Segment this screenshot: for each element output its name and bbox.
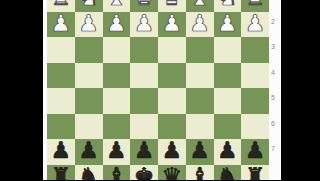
square-h6[interactable] bbox=[47, 114, 75, 140]
square-c6[interactable] bbox=[186, 114, 214, 140]
square-e4[interactable] bbox=[130, 63, 158, 89]
square-b6[interactable] bbox=[214, 114, 242, 140]
square-g4[interactable] bbox=[75, 63, 103, 89]
square-h3[interactable] bbox=[47, 37, 75, 63]
square-c8[interactable]: ♝ bbox=[186, 165, 214, 181]
square-d8[interactable]: ♛ bbox=[158, 165, 186, 181]
piece-white-queen[interactable]: ♛ bbox=[162, 0, 183, 9]
piece-black-rook[interactable]: ♜ bbox=[51, 165, 72, 180]
piece-white-rook[interactable]: ♜ bbox=[245, 0, 266, 9]
piece-white-bishop[interactable]: ♝ bbox=[106, 0, 127, 9]
square-g8[interactable]: ♞ bbox=[75, 165, 103, 181]
square-d2[interactable]: ♟ bbox=[158, 12, 186, 38]
square-f2[interactable]: ♟ bbox=[103, 12, 131, 38]
square-c5[interactable] bbox=[186, 88, 214, 114]
square-g2[interactable]: ♟ bbox=[75, 12, 103, 38]
square-a8[interactable]: ♜ bbox=[241, 165, 269, 181]
square-b3[interactable] bbox=[214, 37, 242, 63]
square-e3[interactable] bbox=[130, 37, 158, 63]
square-h2[interactable]: ♟ bbox=[47, 12, 75, 38]
square-b8[interactable]: ♞ bbox=[214, 165, 242, 181]
piece-black-knight[interactable]: ♞ bbox=[217, 165, 238, 180]
square-a3[interactable] bbox=[241, 37, 269, 63]
piece-white-king[interactable]: ♚ bbox=[134, 0, 155, 9]
square-f6[interactable] bbox=[103, 114, 131, 140]
piece-black-bishop[interactable]: ♝ bbox=[106, 165, 127, 180]
piece-white-pawn[interactable]: ♟ bbox=[162, 12, 183, 35]
piece-black-pawn[interactable]: ♟ bbox=[217, 139, 238, 162]
square-g5[interactable] bbox=[75, 88, 103, 114]
piece-black-queen[interactable]: ♛ bbox=[162, 165, 183, 180]
square-f8[interactable]: ♝ bbox=[103, 165, 131, 181]
square-e6[interactable] bbox=[130, 114, 158, 140]
square-d5[interactable] bbox=[158, 88, 186, 114]
piece-white-pawn[interactable]: ♟ bbox=[217, 12, 238, 35]
piece-black-knight[interactable]: ♞ bbox=[78, 165, 99, 180]
square-g6[interactable] bbox=[75, 114, 103, 140]
square-b4[interactable] bbox=[214, 63, 242, 89]
square-e5[interactable] bbox=[130, 88, 158, 114]
piece-white-pawn[interactable]: ♟ bbox=[51, 12, 72, 35]
square-a5[interactable] bbox=[241, 88, 269, 114]
square-f7[interactable]: ♟ bbox=[103, 139, 131, 165]
square-a6[interactable] bbox=[241, 114, 269, 140]
square-e2[interactable]: ♟ bbox=[130, 12, 158, 38]
piece-black-pawn[interactable]: ♟ bbox=[245, 139, 266, 162]
piece-black-pawn[interactable]: ♟ bbox=[162, 139, 183, 162]
square-d7[interactable]: ♟ bbox=[158, 139, 186, 165]
square-c2[interactable]: ♟ bbox=[186, 12, 214, 38]
square-c3[interactable] bbox=[186, 37, 214, 63]
piece-white-knight[interactable]: ♞ bbox=[78, 0, 99, 9]
square-h4[interactable] bbox=[47, 63, 75, 89]
square-a2[interactable]: ♟ bbox=[241, 12, 269, 38]
piece-black-pawn[interactable]: ♟ bbox=[78, 139, 99, 162]
piece-white-pawn[interactable]: ♟ bbox=[245, 12, 266, 35]
piece-white-knight[interactable]: ♞ bbox=[217, 0, 238, 9]
piece-white-bishop[interactable]: ♝ bbox=[189, 0, 210, 9]
square-e8[interactable]: ♚ bbox=[130, 165, 158, 181]
piece-black-pawn[interactable]: ♟ bbox=[106, 139, 127, 162]
square-c4[interactable] bbox=[186, 63, 214, 89]
chess-board[interactable]: ♜♞♝♚♛♝♞♜♟♟♟♟♟♟♟♟♟♟♟♟♟♟♟♟♜♞♝♚♛♝♞♜ bbox=[47, 0, 269, 180]
piece-black-rook[interactable]: ♜ bbox=[245, 165, 266, 180]
square-e7[interactable]: ♟ bbox=[130, 139, 158, 165]
piece-white-pawn[interactable]: ♟ bbox=[106, 12, 127, 35]
piece-white-pawn[interactable]: ♟ bbox=[78, 12, 99, 35]
square-g7[interactable]: ♟ bbox=[75, 139, 103, 165]
square-b5[interactable] bbox=[214, 88, 242, 114]
square-h7[interactable]: ♟ bbox=[47, 139, 75, 165]
square-c7[interactable]: ♟ bbox=[186, 139, 214, 165]
piece-white-rook[interactable]: ♜ bbox=[51, 0, 72, 9]
square-b7[interactable]: ♟ bbox=[214, 139, 242, 165]
piece-black-pawn[interactable]: ♟ bbox=[189, 139, 210, 162]
piece-black-pawn[interactable]: ♟ bbox=[51, 139, 72, 162]
square-f4[interactable] bbox=[103, 63, 131, 89]
square-d3[interactable] bbox=[158, 37, 186, 63]
square-h5[interactable] bbox=[47, 88, 75, 114]
square-h8[interactable]: ♜ bbox=[47, 165, 75, 181]
square-a4[interactable] bbox=[241, 63, 269, 89]
square-f5[interactable] bbox=[103, 88, 131, 114]
piece-white-pawn[interactable]: ♟ bbox=[134, 12, 155, 35]
piece-black-pawn[interactable]: ♟ bbox=[134, 139, 155, 162]
chess-app-stage: ♜♞♝♚♛♝♞♜♟♟♟♟♟♟♟♟♟♟♟♟♟♟♟♟♜♞♝♚♛♝♞♜ 234567 bbox=[0, 0, 320, 180]
square-d4[interactable] bbox=[158, 63, 186, 89]
square-d6[interactable] bbox=[158, 114, 186, 140]
square-g3[interactable] bbox=[75, 37, 103, 63]
square-f3[interactable] bbox=[103, 37, 131, 63]
piece-white-pawn[interactable]: ♟ bbox=[189, 12, 210, 35]
square-b2[interactable]: ♟ bbox=[214, 12, 242, 38]
square-a7[interactable]: ♟ bbox=[241, 139, 269, 165]
piece-black-bishop[interactable]: ♝ bbox=[189, 165, 210, 180]
piece-black-king[interactable]: ♚ bbox=[134, 165, 155, 180]
